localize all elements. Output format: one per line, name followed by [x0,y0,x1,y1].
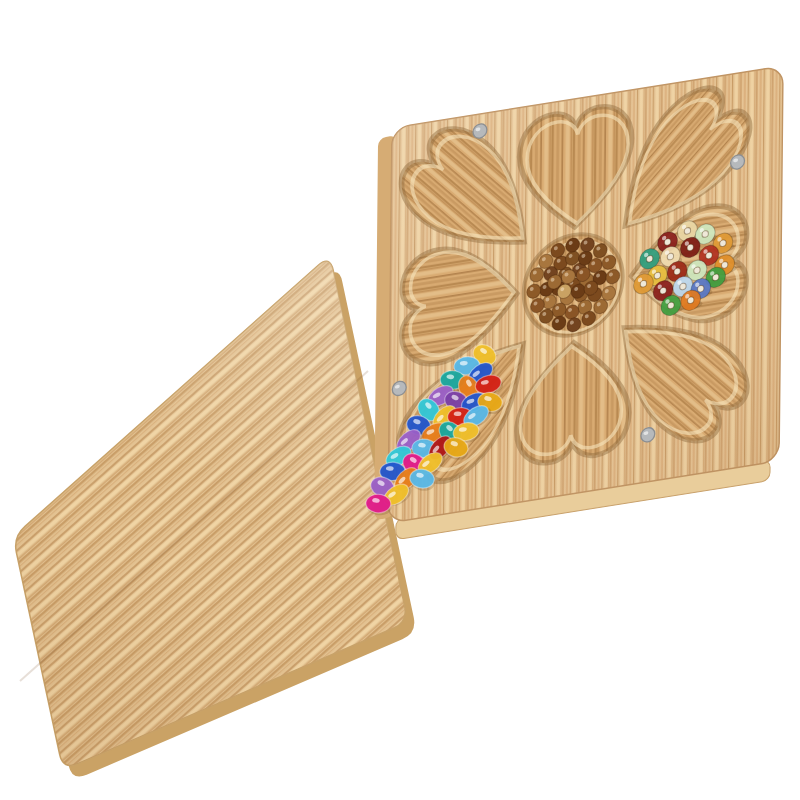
bead-board-scene [0,0,800,800]
lid [16,261,415,776]
lid-shading [16,261,406,765]
board [363,62,783,545]
product-photo-canvas [0,0,800,800]
